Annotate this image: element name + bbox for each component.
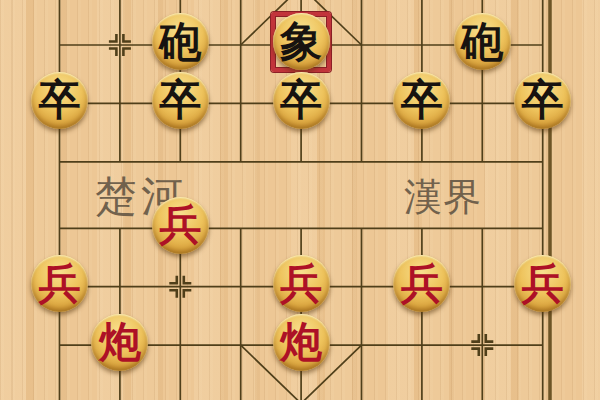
piece-black-soldier[interactable]: 卒	[514, 72, 571, 129]
piece-black-cannon[interactable]: 砲	[152, 13, 209, 70]
xiangqi-board[interactable]: 楚河 漢界 砲象砲卒卒卒卒卒兵兵兵兵兵炮炮	[0, 0, 600, 400]
piece-black-elephant[interactable]: 象	[273, 13, 330, 70]
piece-red-cannon[interactable]: 炮	[91, 314, 148, 371]
river-text-han-jie: 漢界	[404, 178, 482, 216]
piece-black-soldier[interactable]: 卒	[152, 72, 209, 129]
piece-red-soldier[interactable]: 兵	[514, 255, 571, 312]
piece-red-soldier[interactable]: 兵	[152, 197, 209, 254]
piece-red-soldier[interactable]: 兵	[273, 255, 330, 312]
piece-black-soldier[interactable]: 卒	[273, 72, 330, 129]
piece-black-soldier[interactable]: 卒	[393, 72, 450, 129]
piece-red-cannon[interactable]: 炮	[273, 314, 330, 371]
piece-red-soldier[interactable]: 兵	[31, 255, 88, 312]
piece-black-cannon[interactable]: 砲	[454, 13, 511, 70]
piece-red-soldier[interactable]: 兵	[393, 255, 450, 312]
piece-black-soldier[interactable]: 卒	[31, 72, 88, 129]
